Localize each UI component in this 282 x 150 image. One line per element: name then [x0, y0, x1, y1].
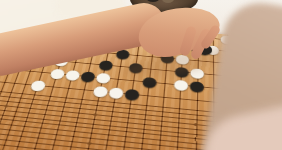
white-stone: ●	[173, 77, 189, 92]
board-intersection: ●	[189, 80, 205, 95]
board-intersection	[155, 90, 172, 106]
board-intersection	[172, 92, 189, 108]
board-intersection	[139, 89, 157, 105]
board-intersection: ●	[123, 87, 141, 102]
board-intersection: ●	[173, 78, 190, 93]
board-intersection	[26, 145, 45, 150]
board-intersection	[80, 145, 98, 150]
black-stone: ●	[189, 79, 205, 94]
board-intersection	[188, 93, 205, 109]
board-intersection	[133, 146, 151, 150]
black-stone: ●	[123, 86, 141, 101]
go-game-photo: ●●●●●●●●●●●●●●●●●●●●●●●●●●●●●●●●	[0, 0, 282, 150]
